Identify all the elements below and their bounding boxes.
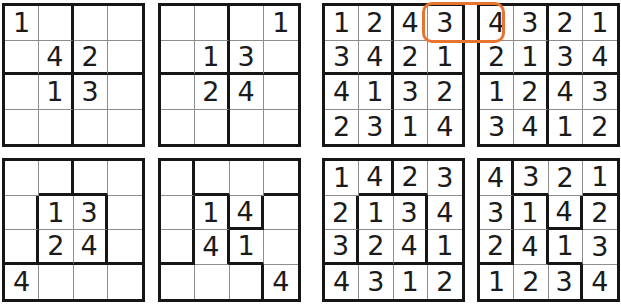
solution-3-cell-r4c1: 4 (325, 265, 359, 300)
puzzle-1-cell-r2c3: 2 (74, 41, 108, 76)
solution-4-cell-r1c1: 4 (480, 161, 514, 196)
puzzle-1-cell-r1c2 (39, 6, 73, 41)
solution-4-cell-r3c3: 1 (549, 230, 583, 265)
puzzle-4-cell-r4c4: 4 (264, 265, 298, 300)
puzzle-3-cell-r3c2: 2 (39, 230, 73, 265)
puzzle-4-cell-r2c4 (264, 196, 298, 231)
solution-3-cell-r4c2: 3 (359, 265, 393, 300)
puzzle-4-cell-r3c3: 1 (230, 230, 264, 265)
puzzle-1-cell-r3c1 (5, 75, 39, 110)
solution-1-cell-r1c3: 4 (394, 6, 428, 41)
puzzle-3-cell-r1c3 (74, 161, 108, 196)
puzzle-4-cell-r1c4 (264, 161, 298, 196)
puzzle-2-cell-r3c2: 2 (195, 75, 229, 110)
puzzle-4-cell-r4c1 (161, 265, 195, 300)
puzzle-2-cell-r4c1 (161, 110, 195, 145)
solution-1-cell-r3c3: 3 (394, 75, 428, 110)
puzzle-3-grid: 13244 (2, 158, 145, 302)
sudoku-worksheet-page: 14213 11324 1243342141322314 43212134124… (0, 0, 621, 304)
puzzle-4-grid: 14414 (158, 158, 301, 302)
puzzle-2-cell-r4c2 (195, 110, 229, 145)
solution-1-cell-r4c4: 4 (428, 110, 462, 145)
solution-2-grid: 4321213412433412 (477, 3, 620, 147)
solution-4-cell-r3c2: 4 (514, 230, 548, 265)
puzzle-2-cell-r3c1 (161, 75, 195, 110)
puzzle-3-cell-r3c1 (5, 230, 39, 265)
puzzle-3-cell-r2c3: 3 (74, 196, 108, 231)
puzzle-1-grid: 14213 (2, 3, 145, 147)
puzzle-2-grid: 11324 (158, 3, 301, 147)
solution-3-cell-r2c2: 1 (359, 196, 393, 231)
puzzle-4-cell-r2c1 (161, 196, 195, 231)
puzzle-2-cell-r4c4 (264, 110, 298, 145)
puzzle-3-cell-r4c1: 4 (5, 265, 39, 300)
solution-2-cell-r4c3: 1 (549, 110, 583, 145)
solution-3-cell-r2c4: 4 (428, 196, 462, 231)
puzzle-1-cell-r4c2 (39, 110, 73, 145)
solution-4-grid: 4321314224131234 (477, 158, 620, 302)
solution-1-grid: 1243342141322314 (322, 3, 465, 147)
solution-3-cell-r4c4: 2 (428, 265, 462, 300)
puzzle-2-cell-r2c3: 3 (230, 41, 264, 76)
solution-3-grid: 1423213432414312 (322, 158, 465, 302)
puzzle-3-cell-r4c4 (108, 265, 142, 300)
puzzle-2-cell-r1c1 (161, 6, 195, 41)
puzzle-3-cell-r3c3: 4 (74, 230, 108, 265)
solution-2-cell-r4c2: 4 (514, 110, 548, 145)
solution-2-cell-r2c1: 2 (480, 41, 514, 76)
solution-2-cell-r2c4: 4 (583, 41, 617, 76)
solution-3-cell-r1c1: 1 (325, 161, 359, 196)
solution-4-cell-r3c4: 3 (583, 230, 617, 265)
puzzle-4-cell-r1c1 (161, 161, 195, 196)
solution-1-cell-r1c1: 1 (325, 6, 359, 41)
solution-1-cell-r4c1: 2 (325, 110, 359, 145)
puzzle-1-cell-r4c3 (74, 110, 108, 145)
puzzle-2-cell-r2c4 (264, 41, 298, 76)
solution-4-cell-r4c2: 2 (514, 265, 548, 300)
puzzle-1-cell-r4c4 (108, 110, 142, 145)
solution-4-cell-r4c3: 3 (549, 265, 583, 300)
puzzle-4-cell-r1c3 (230, 161, 264, 196)
solution-4-cell-r1c3: 2 (549, 161, 583, 196)
solution-4-cell-r3c1: 2 (480, 230, 514, 265)
solution-3-cell-r1c4: 3 (428, 161, 462, 196)
solution-3-cell-r1c3: 2 (394, 161, 428, 196)
solution-1-cell-r1c2: 2 (359, 6, 393, 41)
solution-4-cell-r2c4: 2 (583, 196, 617, 231)
solution-2-cell-r3c4: 3 (583, 75, 617, 110)
solution-1-cell-r4c3: 1 (394, 110, 428, 145)
solution-2-cell-r1c4: 1 (583, 6, 617, 41)
solution-4-cell-r2c3: 4 (549, 196, 583, 231)
solution-2-cell-r2c2: 1 (514, 41, 548, 76)
solution-1-cell-r2c4: 1 (428, 41, 462, 76)
puzzle-2-cell-r2c1 (161, 41, 195, 76)
puzzle-4-cell-r1c2 (195, 161, 229, 196)
puzzle-2-cell-r1c2 (195, 6, 229, 41)
puzzle-1-cell-r2c2: 4 (39, 41, 73, 76)
puzzle-2-cell-r3c3: 4 (230, 75, 264, 110)
solution-1-cell-r3c1: 4 (325, 75, 359, 110)
puzzle-3-cell-r2c4 (108, 196, 142, 231)
solution-2-cell-r4c1: 3 (480, 110, 514, 145)
puzzle-1-cell-r2c1 (5, 41, 39, 76)
solution-1-cell-r1c4: 3 (428, 6, 462, 41)
solution-1-cell-r3c2: 1 (359, 75, 393, 110)
solution-3-cell-r2c3: 3 (394, 196, 428, 231)
puzzle-1-cell-r3c2: 1 (39, 75, 73, 110)
puzzle-4-cell-r4c2 (195, 265, 229, 300)
solution-2-cell-r2c3: 3 (549, 41, 583, 76)
puzzle-4-cell-r3c2: 4 (195, 230, 229, 265)
puzzle-2-cell-r4c3 (230, 110, 264, 145)
solution-4-cell-r4c4: 4 (583, 265, 617, 300)
puzzle-1-cell-r2c4 (108, 41, 142, 76)
puzzle-3-cell-r3c4 (108, 230, 142, 265)
puzzle-1-cell-r1c1: 1 (5, 6, 39, 41)
solution-4-cell-r1c2: 3 (514, 161, 548, 196)
puzzle-1-cell-r4c1 (5, 110, 39, 145)
solution-2-cell-r1c3: 2 (549, 6, 583, 41)
puzzle-4-cell-r2c3: 4 (230, 196, 264, 231)
puzzle-1-cell-r3c4 (108, 75, 142, 110)
solution-4-cell-r4c1: 1 (480, 265, 514, 300)
solution-1-cell-r2c1: 3 (325, 41, 359, 76)
solution-2-cell-r1c1: 4 (480, 6, 514, 41)
solution-4-cell-r2c1: 3 (480, 196, 514, 231)
solution-2-cell-r3c1: 1 (480, 75, 514, 110)
solution-3-cell-r3c3: 4 (394, 230, 428, 265)
puzzle-3-cell-r4c2 (39, 265, 73, 300)
solution-1-cell-r2c3: 2 (394, 41, 428, 76)
puzzle-4-cell-r3c1 (161, 230, 195, 265)
puzzle-3-cell-r1c2 (39, 161, 73, 196)
puzzle-3-cell-r2c2: 1 (39, 196, 73, 231)
puzzle-3-cell-r1c4 (108, 161, 142, 196)
solution-1-cell-r2c2: 4 (359, 41, 393, 76)
puzzle-4-cell-r3c4 (264, 230, 298, 265)
solution-4-cell-r1c4: 1 (583, 161, 617, 196)
solution-3-cell-r1c2: 4 (359, 161, 393, 196)
solution-2-cell-r1c2: 3 (514, 6, 548, 41)
puzzle-2-cell-r3c4 (264, 75, 298, 110)
solution-2-cell-r3c2: 2 (514, 75, 548, 110)
solution-3-cell-r4c3: 1 (394, 265, 428, 300)
puzzle-3-cell-r2c1 (5, 196, 39, 231)
puzzle-2-cell-r2c2: 1 (195, 41, 229, 76)
solution-1-cell-r3c4: 2 (428, 75, 462, 110)
solution-2-cell-r4c4: 2 (583, 110, 617, 145)
puzzle-2-cell-r1c4: 1 (264, 6, 298, 41)
solution-3-cell-r3c2: 2 (359, 230, 393, 265)
puzzle-4-cell-r2c2: 1 (195, 196, 229, 231)
solution-3-cell-r3c4: 1 (428, 230, 462, 265)
solution-3-cell-r3c1: 3 (325, 230, 359, 265)
puzzle-1-cell-r1c4 (108, 6, 142, 41)
solution-2-cell-r3c3: 4 (549, 75, 583, 110)
solution-4-cell-r2c2: 1 (514, 196, 548, 231)
puzzle-4-cell-r4c3 (230, 265, 264, 300)
puzzle-3-cell-r4c3 (74, 265, 108, 300)
solution-3-cell-r2c1: 2 (325, 196, 359, 231)
puzzle-3-cell-r1c1 (5, 161, 39, 196)
puzzle-2-cell-r1c3 (230, 6, 264, 41)
solution-1-cell-r4c2: 3 (359, 110, 393, 145)
puzzle-1-cell-r1c3 (74, 6, 108, 41)
puzzle-1-cell-r3c3: 3 (74, 75, 108, 110)
